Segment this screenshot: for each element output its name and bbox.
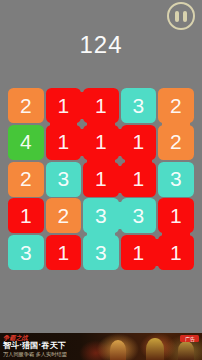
tile-r3c1[interactable]: 2: [8, 162, 44, 197]
board: 2113241112231131233131311: [8, 88, 194, 270]
ad-title: 智斗·猎国·吞天下: [3, 341, 66, 349]
ad-banner[interactable]: 争霸之战 智斗·猎国·吞天下 万人同服争霸 多人实时结盟 广告: [0, 333, 202, 360]
tile-r2c1[interactable]: 4: [8, 125, 44, 160]
tile-r5c3[interactable]: 3: [83, 235, 119, 270]
pause-icon: [183, 11, 187, 22]
tile-r3c5[interactable]: 3: [158, 162, 194, 197]
tile-r4c2[interactable]: 2: [46, 198, 82, 233]
ad-character-art: [178, 341, 194, 360]
tile-r4c4[interactable]: 3: [121, 198, 157, 233]
ad-badge: 广告: [180, 335, 199, 342]
tile-r2c5[interactable]: 2: [158, 125, 194, 160]
tile-r1c4[interactable]: 3: [121, 88, 157, 123]
tile-r5c1[interactable]: 3: [8, 235, 44, 270]
pause-button[interactable]: [167, 2, 195, 30]
tile-r5c2[interactable]: 1: [46, 235, 82, 270]
pause-icon: [175, 11, 179, 22]
score-label: 124: [0, 33, 202, 57]
tile-r3c2[interactable]: 3: [46, 162, 82, 197]
tile-r3c4[interactable]: 1: [121, 162, 157, 197]
ad-subtitle: 万人同服争霸 多人实时结盟: [3, 352, 67, 357]
tile-r1c1[interactable]: 2: [8, 88, 44, 123]
ad-character-art: [110, 340, 126, 360]
tile-r5c5[interactable]: 1: [158, 235, 194, 270]
game-screen: 124 2113241112231131233131311 争霸之战 智斗·猎国…: [0, 0, 202, 360]
tile-r4c1[interactable]: 1: [8, 198, 44, 233]
ad-character-art: [146, 338, 164, 360]
